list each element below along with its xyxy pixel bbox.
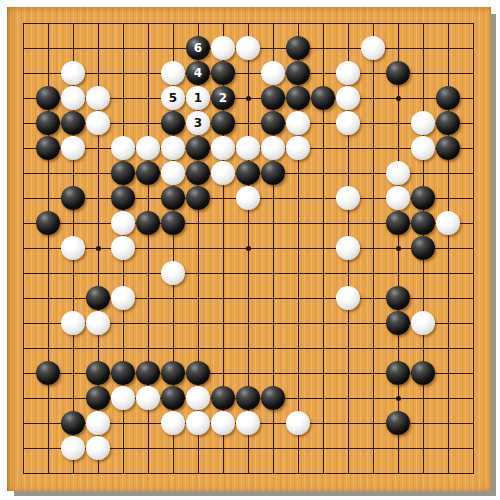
stone-white-E11	[111, 211, 135, 235]
stone-black-H12	[186, 186, 210, 210]
go-board[interactable]: 645123	[7, 7, 491, 491]
stone-black-C12	[61, 186, 85, 210]
stone-white-J13	[211, 161, 235, 185]
stone-white-J3	[211, 411, 235, 435]
stone-black-R12	[411, 186, 435, 210]
stone-white-E10	[111, 236, 135, 260]
stone-white-C7	[61, 311, 85, 335]
stone-white-O10	[336, 236, 360, 260]
stone-black-L13	[261, 161, 285, 185]
stone-white-R15	[411, 111, 435, 135]
stone-black-Q11	[386, 211, 410, 235]
stone-white-S11	[436, 211, 460, 235]
stone-white-K18	[236, 36, 260, 60]
star-point	[96, 246, 101, 251]
stone-white-H3	[186, 411, 210, 435]
stone-black-D4	[86, 386, 110, 410]
stone-white-D3	[86, 411, 110, 435]
stone-white-F14	[136, 136, 160, 160]
stone-white-P18	[361, 36, 385, 60]
star-point	[246, 96, 251, 101]
star-point	[396, 396, 401, 401]
stone-white-G16: 5	[161, 86, 185, 110]
stone-white-M14	[286, 136, 310, 160]
stone-black-C3	[61, 411, 85, 435]
stone-black-L15	[261, 111, 285, 135]
stone-black-M16	[286, 86, 310, 110]
stone-black-B11	[36, 211, 60, 235]
stone-white-C16	[61, 86, 85, 110]
stone-black-G4	[161, 386, 185, 410]
stone-black-L4	[261, 386, 285, 410]
stone-black-J15	[211, 111, 235, 135]
stone-black-S15	[436, 111, 460, 135]
star-point	[396, 246, 401, 251]
stone-white-O8	[336, 286, 360, 310]
stone-white-D7	[86, 311, 110, 335]
stone-black-F13	[136, 161, 160, 185]
stone-white-H15: 3	[186, 111, 210, 135]
stone-white-D2	[86, 436, 110, 460]
stone-white-D16	[86, 86, 110, 110]
stone-black-M18	[286, 36, 310, 60]
stone-black-J17	[211, 61, 235, 85]
stone-white-H4	[186, 386, 210, 410]
stone-white-C2	[61, 436, 85, 460]
stone-white-L14	[261, 136, 285, 160]
stone-black-C15	[61, 111, 85, 135]
stone-black-D8	[86, 286, 110, 310]
move-number-label: 5	[169, 92, 177, 104]
stone-black-G12	[161, 186, 185, 210]
stone-black-L16	[261, 86, 285, 110]
stone-white-O16	[336, 86, 360, 110]
move-number-label: 4	[194, 67, 202, 79]
stone-white-K12	[236, 186, 260, 210]
stone-white-E4	[111, 386, 135, 410]
stone-white-Q13	[386, 161, 410, 185]
stone-black-G11	[161, 211, 185, 235]
stone-black-Q8	[386, 286, 410, 310]
stone-white-Q12	[386, 186, 410, 210]
stone-white-C17	[61, 61, 85, 85]
stone-black-H17: 4	[186, 61, 210, 85]
stone-black-D5	[86, 361, 110, 385]
stone-black-S14	[436, 136, 460, 160]
stone-black-H18: 6	[186, 36, 210, 60]
stone-black-Q5	[386, 361, 410, 385]
stone-black-M17	[286, 61, 310, 85]
stone-black-K4	[236, 386, 260, 410]
stone-white-R14	[411, 136, 435, 160]
stone-white-R7	[411, 311, 435, 335]
stone-black-B16	[36, 86, 60, 110]
stone-white-J18	[211, 36, 235, 60]
stone-white-K3	[236, 411, 260, 435]
stone-black-Q7	[386, 311, 410, 335]
stone-black-E5	[111, 361, 135, 385]
stone-white-G3	[161, 411, 185, 435]
move-number-label: 3	[194, 117, 202, 129]
stone-white-D15	[86, 111, 110, 135]
stone-white-G13	[161, 161, 185, 185]
stone-black-J16: 2	[211, 86, 235, 110]
move-number-label: 6	[194, 42, 202, 54]
stone-white-C10	[61, 236, 85, 260]
stone-white-L17	[261, 61, 285, 85]
stone-white-E14	[111, 136, 135, 160]
stone-white-G9	[161, 261, 185, 285]
stone-black-G5	[161, 361, 185, 385]
stone-black-H14	[186, 136, 210, 160]
stone-black-G15	[161, 111, 185, 135]
move-number-label: 2	[219, 92, 227, 104]
stone-black-K13	[236, 161, 260, 185]
star-point	[396, 96, 401, 101]
stone-white-J14	[211, 136, 235, 160]
stone-white-H16: 1	[186, 86, 210, 110]
stone-black-F5	[136, 361, 160, 385]
stone-black-B5	[36, 361, 60, 385]
stone-black-R5	[411, 361, 435, 385]
stone-black-Q17	[386, 61, 410, 85]
stone-white-F4	[136, 386, 160, 410]
stone-black-R11	[411, 211, 435, 235]
page: 645123	[0, 0, 500, 500]
stone-black-E12	[111, 186, 135, 210]
stone-white-G17	[161, 61, 185, 85]
stone-white-M3	[286, 411, 310, 435]
stone-black-Q3	[386, 411, 410, 435]
stone-white-C14	[61, 136, 85, 160]
stone-black-S16	[436, 86, 460, 110]
stone-white-M15	[286, 111, 310, 135]
stone-black-J4	[211, 386, 235, 410]
stone-white-O17	[336, 61, 360, 85]
stone-black-N16	[311, 86, 335, 110]
stone-black-B14	[36, 136, 60, 160]
stone-black-E13	[111, 161, 135, 185]
stone-black-H13	[186, 161, 210, 185]
stone-white-K14	[236, 136, 260, 160]
stone-black-R10	[411, 236, 435, 260]
stone-black-F11	[136, 211, 160, 235]
stone-black-B15	[36, 111, 60, 135]
star-point	[246, 246, 251, 251]
stone-white-E8	[111, 286, 135, 310]
stone-black-H5	[186, 361, 210, 385]
move-number-label: 1	[194, 92, 202, 104]
stone-white-O15	[336, 111, 360, 135]
stone-white-G14	[161, 136, 185, 160]
stone-white-O12	[336, 186, 360, 210]
